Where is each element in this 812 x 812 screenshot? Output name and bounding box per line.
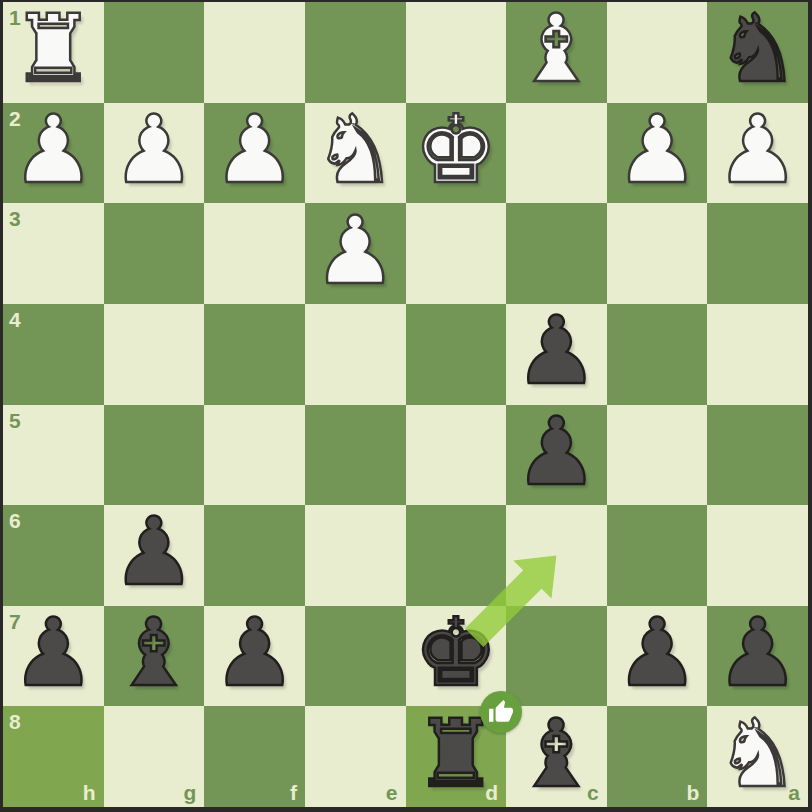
square-e8[interactable]: e: [305, 706, 406, 807]
rank-label-8: 8: [9, 711, 21, 732]
square-g3[interactable]: [104, 203, 205, 304]
square-c2[interactable]: [506, 103, 607, 204]
square-c5[interactable]: ♟: [506, 405, 607, 506]
piece-wP-g2[interactable]: ♟: [112, 103, 196, 197]
piece-bN-a1[interactable]: ♞: [716, 2, 800, 96]
square-h1[interactable]: 1♜: [3, 2, 104, 103]
square-d1[interactable]: [406, 2, 507, 103]
square-c8[interactable]: c♝: [506, 706, 607, 807]
chess-board-container: 1♜♝♞2♟♟♟♞♚♟♟3♟4♟5♟6♟7♟♝♟♚♟♟8hgfed♜c♝ba♞: [0, 0, 812, 812]
square-b3[interactable]: [607, 203, 708, 304]
square-a3[interactable]: [707, 203, 808, 304]
piece-bP-c4[interactable]: ♟: [514, 304, 598, 398]
piece-bP-h7[interactable]: ♟: [11, 606, 95, 700]
piece-wP-f2[interactable]: ♟: [212, 103, 296, 197]
square-e7[interactable]: [305, 606, 406, 707]
square-f1[interactable]: [204, 2, 305, 103]
square-d7[interactable]: ♚: [406, 606, 507, 707]
piece-wP-e3[interactable]: ♟: [313, 204, 397, 298]
square-h7[interactable]: 7♟: [3, 606, 104, 707]
square-d3[interactable]: [406, 203, 507, 304]
square-e2[interactable]: ♞: [305, 103, 406, 204]
square-g7[interactable]: ♝: [104, 606, 205, 707]
square-f6[interactable]: [204, 505, 305, 606]
rank-label-5: 5: [9, 410, 21, 431]
square-c7[interactable]: [506, 606, 607, 707]
square-f4[interactable]: [204, 304, 305, 405]
file-label-g: g: [183, 782, 196, 803]
square-e6[interactable]: [305, 505, 406, 606]
square-b8[interactable]: b: [607, 706, 708, 807]
rank-label-4: 4: [9, 309, 21, 330]
square-e5[interactable]: [305, 405, 406, 506]
square-f8[interactable]: f: [204, 706, 305, 807]
piece-bP-c5[interactable]: ♟: [514, 405, 598, 499]
square-g6[interactable]: ♟: [104, 505, 205, 606]
piece-wK-d2[interactable]: ♚: [414, 103, 498, 197]
piece-bP-b7[interactable]: ♟: [615, 606, 699, 700]
square-a1[interactable]: ♞: [707, 2, 808, 103]
square-c1[interactable]: ♝: [506, 2, 607, 103]
piece-wP-a2[interactable]: ♟: [716, 103, 800, 197]
square-a2[interactable]: ♟: [707, 103, 808, 204]
square-f3[interactable]: [204, 203, 305, 304]
square-h2[interactable]: 2♟: [3, 103, 104, 204]
square-h3[interactable]: 3: [3, 203, 104, 304]
square-c4[interactable]: ♟: [506, 304, 607, 405]
piece-bP-f7[interactable]: ♟: [212, 606, 296, 700]
square-e1[interactable]: [305, 2, 406, 103]
piece-wN-a8[interactable]: ♞: [716, 707, 800, 801]
piece-bP-g6[interactable]: ♟: [112, 505, 196, 599]
square-g2[interactable]: ♟: [104, 103, 205, 204]
square-b4[interactable]: [607, 304, 708, 405]
square-a6[interactable]: [707, 505, 808, 606]
square-h8[interactable]: 8h: [3, 706, 104, 807]
piece-bP-a7[interactable]: ♟: [716, 606, 800, 700]
square-c6[interactable]: [506, 505, 607, 606]
piece-wN-e2[interactable]: ♞: [313, 103, 397, 197]
rank-label-6: 6: [9, 510, 21, 531]
square-b2[interactable]: ♟: [607, 103, 708, 204]
square-h5[interactable]: 5: [3, 405, 104, 506]
piece-bK-d7[interactable]: ♚: [414, 606, 498, 700]
square-a8[interactable]: a♞: [707, 706, 808, 807]
square-a7[interactable]: ♟: [707, 606, 808, 707]
piece-wP-h2[interactable]: ♟: [11, 103, 95, 197]
file-label-b: b: [687, 782, 700, 803]
square-e3[interactable]: ♟: [305, 203, 406, 304]
chess-board: 1♜♝♞2♟♟♟♞♚♟♟3♟4♟5♟6♟7♟♝♟♚♟♟8hgfed♜c♝ba♞: [3, 2, 808, 807]
square-b1[interactable]: [607, 2, 708, 103]
piece-wP-b2[interactable]: ♟: [615, 103, 699, 197]
piece-bB-c8[interactable]: ♝: [514, 707, 598, 801]
square-d5[interactable]: [406, 405, 507, 506]
square-g4[interactable]: [104, 304, 205, 405]
piece-bB-g7[interactable]: ♝: [112, 606, 196, 700]
square-g1[interactable]: [104, 2, 205, 103]
square-h6[interactable]: 6: [3, 505, 104, 606]
square-b6[interactable]: [607, 505, 708, 606]
square-h4[interactable]: 4: [3, 304, 104, 405]
square-a5[interactable]: [707, 405, 808, 506]
square-g8[interactable]: g: [104, 706, 205, 807]
square-b7[interactable]: ♟: [607, 606, 708, 707]
square-c3[interactable]: [506, 203, 607, 304]
square-b5[interactable]: [607, 405, 708, 506]
square-f2[interactable]: ♟: [204, 103, 305, 204]
square-f5[interactable]: [204, 405, 305, 506]
square-g5[interactable]: [104, 405, 205, 506]
thumbs-up-icon: [488, 699, 514, 725]
square-d4[interactable]: [406, 304, 507, 405]
square-d6[interactable]: [406, 505, 507, 606]
file-label-e: e: [386, 782, 398, 803]
square-d2[interactable]: ♚: [406, 103, 507, 204]
rank-label-3: 3: [9, 208, 21, 229]
thumbs-up-glyph: [489, 700, 513, 722]
square-e4[interactable]: [305, 304, 406, 405]
piece-wR-h1[interactable]: ♜: [11, 2, 95, 96]
file-label-h: h: [83, 782, 96, 803]
file-label-f: f: [290, 782, 297, 803]
square-a4[interactable]: [707, 304, 808, 405]
square-f7[interactable]: ♟: [204, 606, 305, 707]
piece-wB-c1[interactable]: ♝: [514, 2, 598, 96]
